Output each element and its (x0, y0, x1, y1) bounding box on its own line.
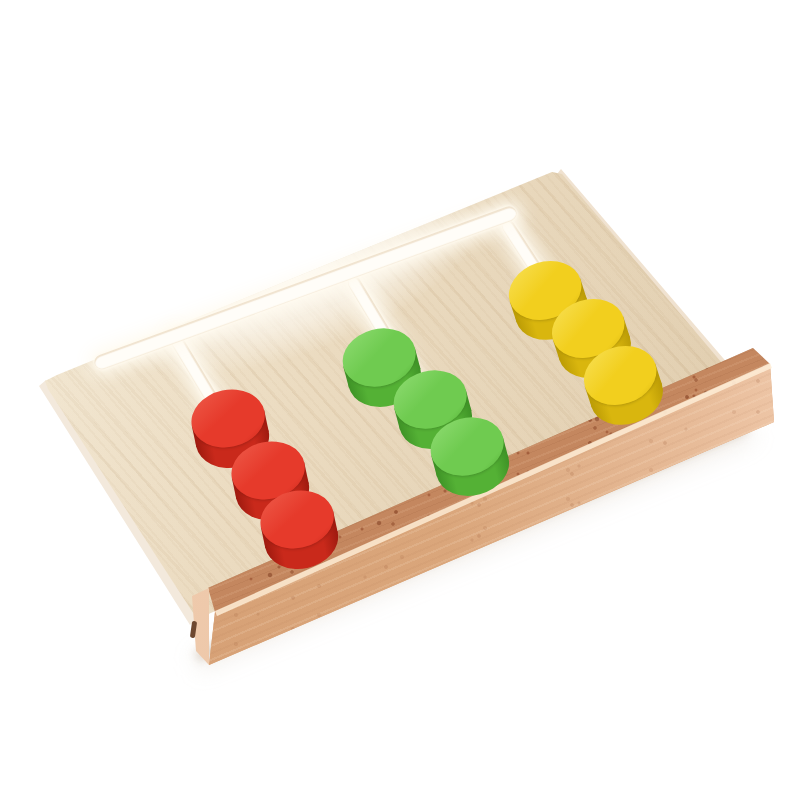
discs-layer (0, 0, 800, 800)
product-photo-scene (0, 0, 800, 800)
disc-red-3[interactable] (255, 483, 344, 575)
